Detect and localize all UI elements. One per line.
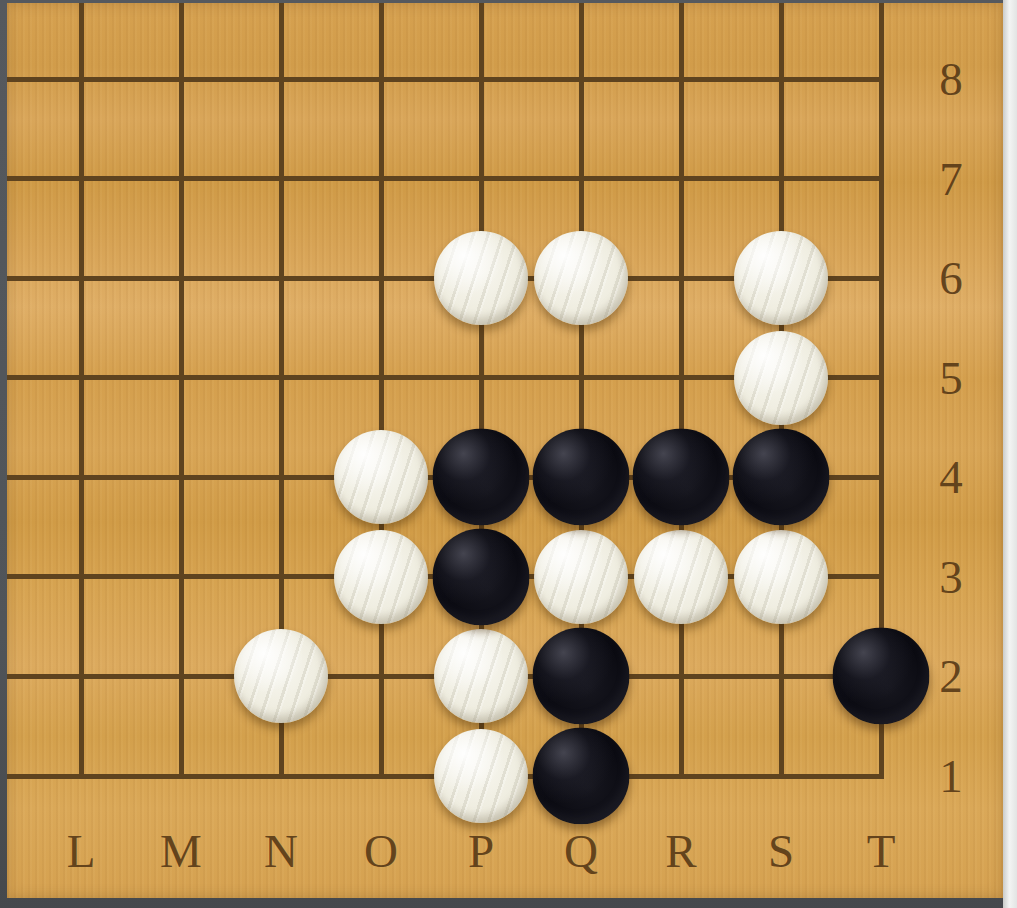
- col-label-P: P: [468, 828, 494, 875]
- stone-black-Q4: [533, 429, 630, 526]
- grid-line-row-8: [7, 77, 884, 82]
- stone-black-Q1: [533, 728, 630, 825]
- row-label-5: 5: [939, 354, 963, 401]
- grid-line-col-O: [379, 3, 384, 779]
- stone-white-O4: [334, 430, 428, 524]
- stone-black-Q2: [533, 628, 630, 725]
- col-label-S: S: [768, 828, 794, 875]
- stone-white-S3: [734, 530, 828, 624]
- col-label-O: O: [364, 828, 398, 875]
- row-label-8: 8: [939, 56, 963, 103]
- stone-black-R4: [633, 429, 730, 526]
- stone-white-O3: [334, 530, 428, 624]
- grid-line-col-M: [179, 3, 184, 779]
- grid-line-row-7: [7, 176, 884, 181]
- stone-black-P4: [433, 429, 530, 526]
- grid-line-col-R: [679, 3, 684, 779]
- go-board[interactable]: LMNOPQRST 87654321: [7, 3, 1003, 898]
- stone-white-N2: [234, 629, 328, 723]
- col-label-M: M: [160, 828, 202, 875]
- stone-black-T2: [833, 628, 930, 725]
- row-label-4: 4: [939, 454, 963, 501]
- row-label-6: 6: [939, 255, 963, 302]
- row-label-2: 2: [939, 653, 963, 700]
- stone-white-S6: [734, 231, 828, 325]
- stone-black-S4: [733, 429, 830, 526]
- stone-white-S5: [734, 331, 828, 425]
- photo-right-edge: [1003, 0, 1017, 908]
- row-label-7: 7: [939, 155, 963, 202]
- stone-white-P6: [434, 231, 528, 325]
- stone-black-P3: [433, 528, 530, 625]
- stone-white-Q6: [534, 231, 628, 325]
- row-label-3: 3: [939, 553, 963, 600]
- col-label-Q: Q: [564, 828, 598, 875]
- col-label-T: T: [867, 828, 896, 875]
- stone-white-R3: [634, 530, 728, 624]
- screenshot-root: LMNOPQRST 87654321: [0, 0, 1017, 908]
- row-label-1: 1: [939, 753, 963, 800]
- col-label-R: R: [665, 828, 696, 875]
- col-label-L: L: [67, 828, 96, 875]
- grid-line-col-L: [79, 3, 84, 779]
- stone-white-P1: [434, 729, 528, 823]
- stone-white-P2: [434, 629, 528, 723]
- col-label-N: N: [264, 828, 298, 875]
- stone-white-Q3: [534, 530, 628, 624]
